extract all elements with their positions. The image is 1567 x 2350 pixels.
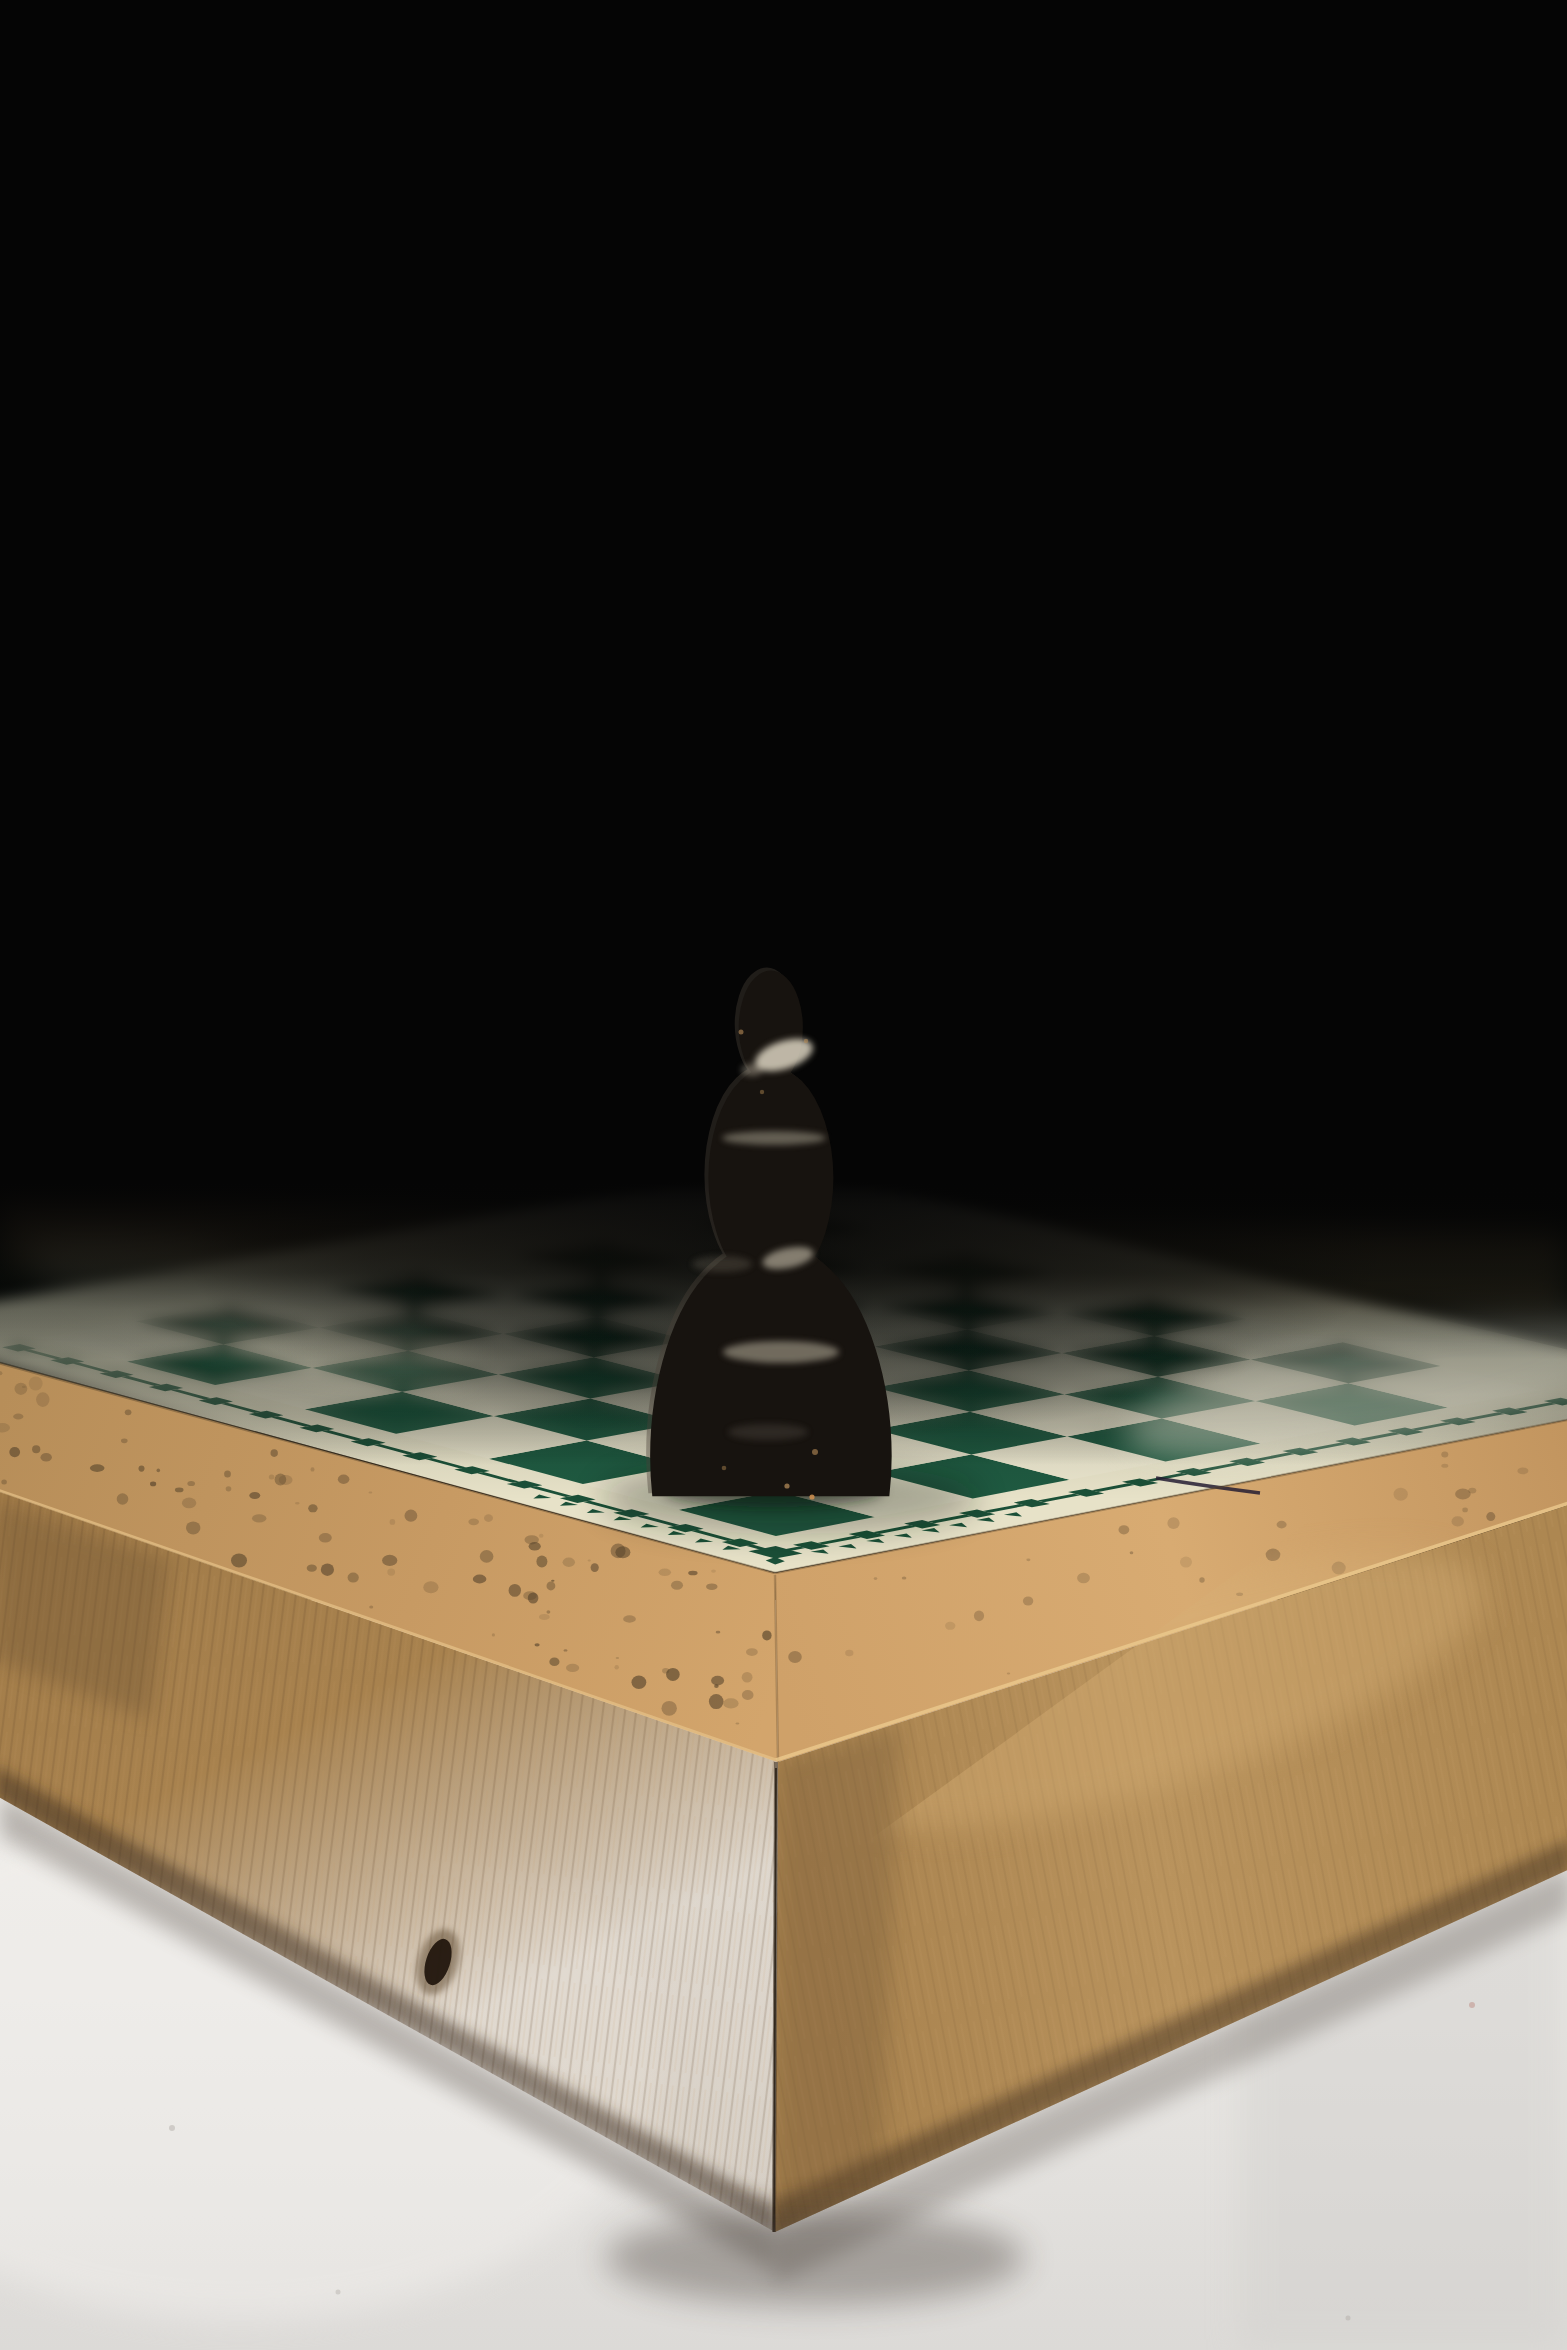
wood-speckle bbox=[742, 1672, 753, 1683]
wood-speckle bbox=[15, 1383, 28, 1395]
wood-speckle bbox=[275, 1473, 287, 1485]
wood-speckle bbox=[509, 1584, 521, 1597]
wood-speckle bbox=[1277, 1521, 1287, 1529]
wood-speckle bbox=[536, 1556, 547, 1568]
wood-speckle bbox=[1077, 1573, 1090, 1583]
wood-speckle bbox=[736, 1722, 740, 1724]
wood-speckle bbox=[125, 1409, 132, 1415]
wood-speckle bbox=[547, 1610, 551, 1613]
wood-speckle bbox=[382, 1555, 397, 1566]
wood-speckle bbox=[709, 1694, 724, 1709]
wood-speckle bbox=[269, 1475, 275, 1480]
wood-speckle bbox=[529, 1542, 541, 1551]
wood-speckle bbox=[549, 1657, 559, 1666]
wood-speckle bbox=[662, 1701, 677, 1716]
wood-speckle bbox=[974, 1610, 984, 1621]
wood-speckle bbox=[175, 1488, 184, 1493]
wood-speckle bbox=[1023, 1596, 1033, 1605]
wood-speckle bbox=[308, 1504, 317, 1512]
wood-speckle bbox=[252, 1514, 266, 1522]
wood-speckle bbox=[90, 1464, 105, 1472]
wood-speckle bbox=[224, 1470, 231, 1477]
wood-speckle bbox=[307, 1565, 317, 1572]
wood-speckle bbox=[13, 1414, 23, 1420]
wood-speckle bbox=[1026, 1558, 1030, 1561]
wood-speckle bbox=[405, 1510, 418, 1522]
black-pawn[interactable]: ♟ ♟ bbox=[586, 824, 980, 1666]
wood-speckle bbox=[369, 1492, 373, 1494]
wood-speckle bbox=[32, 1445, 40, 1453]
wood-speckle bbox=[271, 1449, 278, 1457]
wood-speckle bbox=[311, 1467, 315, 1471]
wood-speckle bbox=[711, 1676, 724, 1686]
wood-speckle bbox=[539, 1614, 550, 1620]
wood-speckle bbox=[1486, 1512, 1495, 1521]
wood-speckle bbox=[1119, 1525, 1130, 1534]
wood-speckle bbox=[1007, 1672, 1010, 1674]
wood-speckle bbox=[390, 1519, 396, 1525]
wood-speckle bbox=[666, 1668, 680, 1681]
wood-speckle bbox=[1462, 1508, 1468, 1513]
wood-speckle bbox=[566, 1664, 579, 1672]
wood-speckle bbox=[186, 1521, 200, 1534]
wood-speckle bbox=[551, 1580, 554, 1582]
wood-speckle bbox=[492, 1633, 495, 1636]
wood-speckle bbox=[121, 1438, 128, 1443]
wood-speckle bbox=[742, 1690, 754, 1700]
wood-speckle bbox=[187, 1481, 195, 1486]
wood-speckle bbox=[484, 1514, 493, 1522]
wood-speckle bbox=[468, 1518, 479, 1525]
wood-speckle bbox=[1167, 1517, 1179, 1529]
wood-speckle bbox=[1, 1479, 7, 1484]
wood-speckle bbox=[723, 1698, 738, 1708]
wood-speckle bbox=[632, 1676, 647, 1689]
wood-speckle bbox=[1199, 1577, 1204, 1582]
wood-speckle bbox=[1441, 1451, 1448, 1457]
wood-speckle bbox=[423, 1581, 438, 1593]
wood-speckle bbox=[231, 1554, 247, 1568]
wood-speckle bbox=[249, 1492, 260, 1499]
wood-speckle bbox=[473, 1575, 487, 1584]
wood-speckle bbox=[563, 1558, 575, 1567]
dust-speck-on-board bbox=[809, 1494, 814, 1499]
wood-speckle bbox=[1130, 1551, 1134, 1554]
wood-speckle bbox=[139, 1466, 145, 1472]
wood-speckle bbox=[1452, 1516, 1464, 1526]
wood-speckle bbox=[1455, 1489, 1471, 1500]
wood-speckle bbox=[535, 1643, 540, 1646]
wood-speckle bbox=[150, 1482, 156, 1487]
wood-speckle bbox=[36, 1392, 49, 1407]
wood-speckle bbox=[9, 1447, 20, 1457]
wood-speckle bbox=[564, 1649, 568, 1651]
wood-speckle bbox=[528, 1593, 539, 1604]
wood-speckle bbox=[321, 1564, 334, 1576]
wood-speckle bbox=[1180, 1557, 1192, 1568]
wood-speckle bbox=[117, 1493, 129, 1504]
wood-speckle bbox=[29, 1376, 43, 1390]
wood-speckle bbox=[1394, 1488, 1408, 1501]
wood-speckle bbox=[338, 1475, 350, 1484]
wood-speckle bbox=[295, 1502, 300, 1504]
photo-chessboard-corner-scene: ♟ ♟ bbox=[0, 0, 1567, 2350]
wood-speckle bbox=[547, 1581, 556, 1590]
wood-speckle bbox=[1266, 1549, 1281, 1561]
wood-speckle bbox=[369, 1606, 373, 1609]
wood-speckle bbox=[41, 1453, 52, 1462]
frame-corner-shade bbox=[775, 1725, 900, 2232]
wood-speckle bbox=[387, 1568, 395, 1575]
wood-speckle bbox=[319, 1533, 332, 1543]
wood-speckle bbox=[157, 1469, 161, 1473]
wood-speckle bbox=[182, 1498, 196, 1509]
wood-speckle bbox=[348, 1573, 359, 1583]
wood-speckle bbox=[1441, 1464, 1448, 1468]
wood-speckle bbox=[1517, 1468, 1528, 1475]
wood-speckle bbox=[226, 1486, 232, 1491]
wood-speckle bbox=[539, 1534, 544, 1538]
pawn-piece-glyph: ♟ bbox=[590, 827, 951, 1666]
wood-speckle bbox=[480, 1550, 494, 1563]
